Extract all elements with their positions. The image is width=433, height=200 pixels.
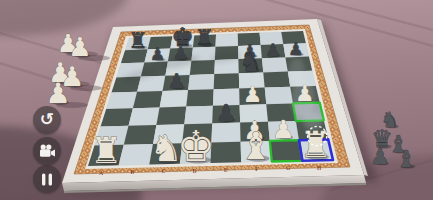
square-e8[interactable] [216,34,239,47]
square-e7[interactable] [215,46,239,60]
chess-game-screen: ABCDEFGH♜♚♜♟♟♟♟♟♞♟♟♟♟♟♟♜♞♚♝♜♟♟♟♟♟♞♛♝♟♝ ↺ [0,0,433,200]
captured-black-pawn[interactable]: ♟ [370,144,390,169]
square-a4[interactable] [106,92,137,109]
square-b5[interactable] [137,76,165,92]
piece-white-bishop-f1[interactable]: ♝ [239,124,273,168]
piece-black-pawn-c7[interactable]: ♟ [173,43,189,63]
square-a5[interactable] [112,77,141,93]
piece-black-pawn-h7[interactable]: ♟ [288,39,304,59]
piece-black-pawn-c5[interactable]: ♟ [167,69,185,93]
square-d5[interactable] [188,74,214,90]
piece-black-pawn-b7[interactable]: ♟ [150,44,166,64]
captured-white-pawn[interactable]: ♟ [45,77,70,110]
piece-black-pawn-e3[interactable]: ♟ [216,99,237,127]
piece-black-pawn-g7[interactable]: ♟ [265,40,281,60]
record-button[interactable] [33,137,61,165]
piece-black-rook-d8[interactable]: ♜ [195,25,214,50]
square-b4[interactable] [133,91,163,108]
square-e1[interactable] [211,142,242,163]
piece-white-pawn-f4[interactable]: ♟ [243,82,263,107]
board-scene: ABCDEFGH♜♚♜♟♟♟♟♟♞♟♟♟♟♟♟♜♞♚♝♜♟♟♟♟♟♞♛♝♟♝ [0,0,433,200]
square-g5[interactable] [263,72,290,88]
square-e6[interactable] [214,59,239,74]
piece-white-king-d1[interactable]: ♚ [177,122,215,171]
captured-black-bishop[interactable]: ♝ [396,146,417,172]
square-b1[interactable] [119,144,153,165]
square-g4[interactable] [265,87,293,104]
square-b3[interactable] [129,107,160,125]
file-label-b: B [131,169,135,175]
video-camera-icon [39,144,56,158]
square-d4[interactable] [186,89,213,106]
square-a3[interactable] [101,108,133,126]
square-a6[interactable] [116,63,144,78]
file-label-a: A [99,170,103,176]
piece-white-rook-a1[interactable]: ♜ [90,130,122,171]
piece-black-knight-f6[interactable]: ♞ [239,47,262,77]
undo-arrow-icon: ↺ [40,111,54,128]
pause-icon [41,173,53,186]
square-e5[interactable] [214,73,240,89]
undo-button[interactable]: ↺ [33,106,61,134]
file-label-e: E [224,167,228,173]
square-d6[interactable] [190,60,215,75]
piece-white-pawn-h4[interactable]: ♟ [295,81,315,106]
piece-black-rook-a8[interactable]: ♜ [129,28,148,53]
piece-white-pawn-g2[interactable]: ♟ [272,115,295,144]
pause-button[interactable] [33,165,61,193]
